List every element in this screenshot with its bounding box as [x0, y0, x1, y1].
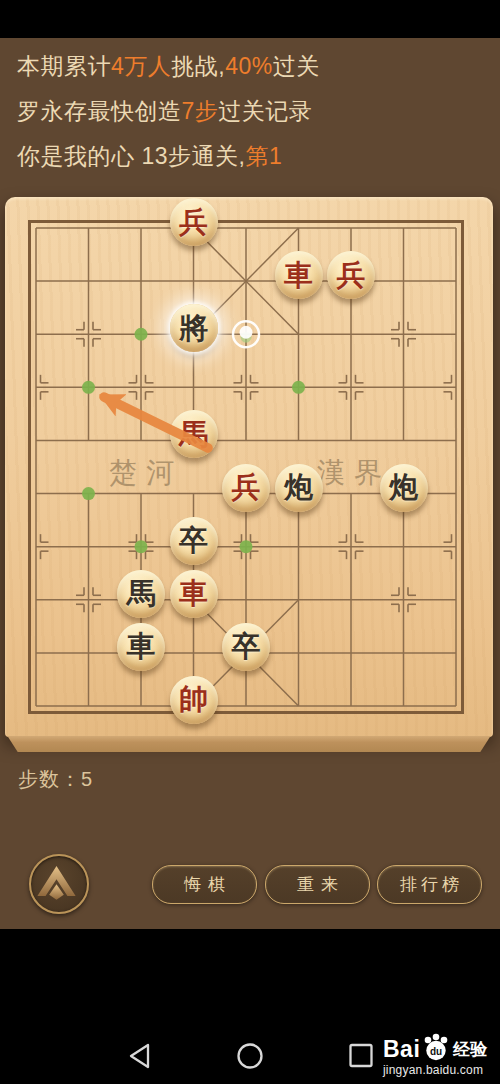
stat-text: 过关记录 [218, 98, 312, 124]
piece-black-soldier[interactable]: 卒 [170, 517, 218, 565]
stats-line-user-result: 你是我的心 13步通关,第1 [17, 134, 487, 179]
status-bar [0, 0, 500, 38]
stat-highlight: 4万人 [111, 53, 171, 79]
stat-text: 挑战, [171, 53, 225, 79]
piece-black-general[interactable]: 將 [170, 304, 218, 352]
app-screen: 本期累计4万人挑战,40%过关 罗永存最快创造7步过关记录 你是我的心 13步通… [0, 0, 500, 1084]
android-nav-bar: Bai du 经验 jingyan.baidu.com [0, 929, 500, 1084]
piece-black-cannon[interactable]: 炮 [275, 464, 323, 512]
piece-red-soldier[interactable]: 兵 [170, 198, 218, 246]
piece-red-soldier[interactable]: 兵 [327, 251, 375, 299]
piece-red-soldier[interactable]: 兵 [222, 464, 270, 512]
up-chevron-icon [31, 856, 82, 907]
piece-black-soldier[interactable]: 卒 [222, 623, 270, 671]
stat-text: 罗永存最快创造 [17, 98, 182, 124]
piece-black-chariot[interactable]: 車 [117, 623, 165, 671]
challenge-stats: 本期累计4万人挑战,40%过关 罗永存最快创造7步过关记录 你是我的心 13步通… [17, 44, 487, 179]
leaderboard-button[interactable]: 排行榜 [377, 865, 482, 904]
stats-line-record: 罗永存最快创造7步过关记录 [17, 89, 487, 134]
piece-red-chariot[interactable]: 車 [275, 251, 323, 299]
stat-text: 过关 [273, 53, 320, 79]
stat-text: 本期累计 [17, 53, 111, 79]
svg-text:du: du [430, 1046, 442, 1057]
step-counter-value: 5 [81, 768, 93, 790]
scroll-top-button[interactable] [29, 854, 89, 914]
piece-red-general[interactable]: 帥 [170, 676, 218, 724]
step-counter: 步数：5 [18, 766, 93, 793]
home-button[interactable] [239, 1045, 262, 1068]
step-counter-label: 步数： [18, 768, 81, 790]
baidu-paw-icon: du [421, 1033, 451, 1062]
restart-button[interactable]: 重来 [265, 865, 370, 904]
piece-black-horse[interactable]: 馬 [117, 570, 165, 618]
watermark-url: jingyan.baidu.com [383, 1063, 487, 1077]
piece-black-cannon[interactable]: 炮 [380, 464, 428, 512]
stat-highlight: 40% [225, 53, 273, 79]
jingyan-brand-text: 经验 [453, 1038, 487, 1062]
baidu-jingyan-watermark: Bai du 经验 jingyan.baidu.com [383, 1032, 487, 1077]
back-button[interactable] [131, 1045, 148, 1067]
stat-highlight: 7步 [182, 98, 219, 124]
recents-button[interactable] [351, 1045, 372, 1066]
stat-highlight: 第1 [245, 143, 282, 169]
piece-red-chariot[interactable]: 車 [170, 570, 218, 618]
board-front-edge [5, 736, 493, 752]
piece-red-horse[interactable]: 馬 [170, 410, 218, 458]
undo-move-button[interactable]: 悔棋 [152, 865, 257, 904]
stat-text: 你是我的心 13步通关, [17, 143, 245, 169]
baidu-brand-text: Bai [383, 1036, 420, 1062]
stats-line-participants: 本期累计4万人挑战,40%过关 [17, 44, 487, 89]
